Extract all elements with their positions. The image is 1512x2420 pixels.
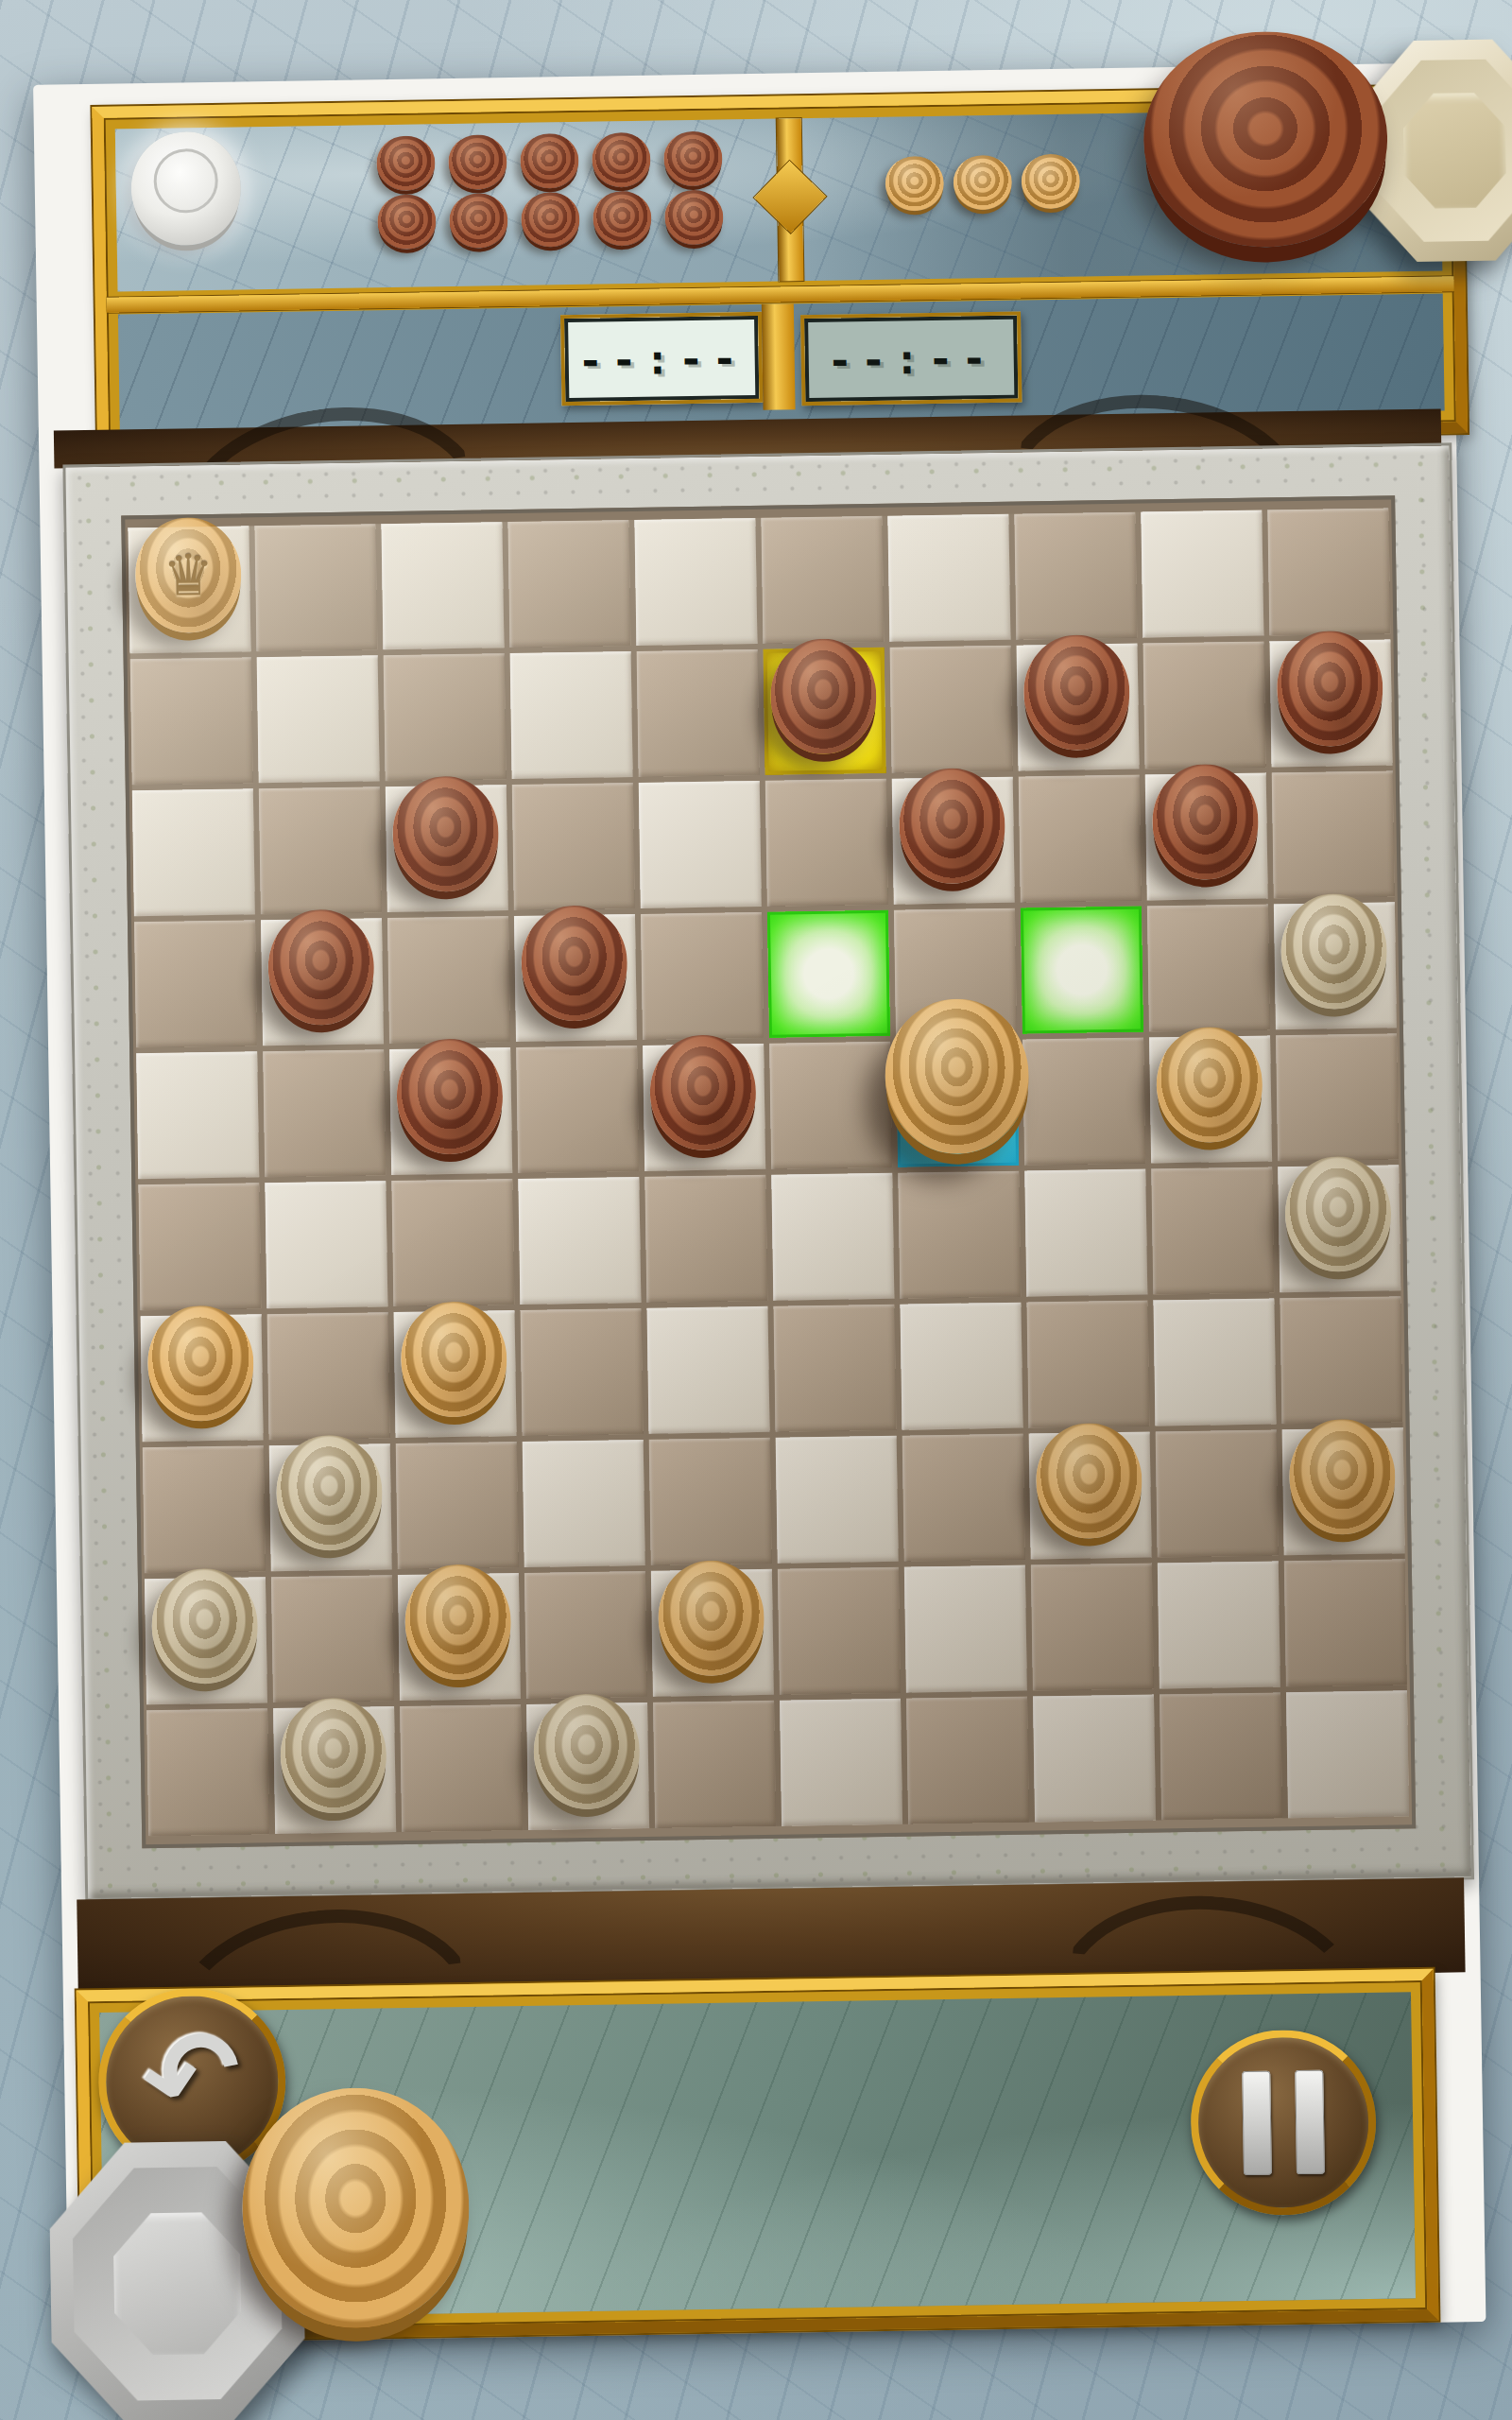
square-r1-c0[interactable] <box>130 657 253 785</box>
captured-dark-piece <box>593 191 652 247</box>
pause-icon <box>1242 2071 1272 2175</box>
light-piece[interactable] <box>1288 1418 1396 1535</box>
square-r8-c2[interactable] <box>398 1573 521 1701</box>
square-r0-c1[interactable] <box>254 524 377 651</box>
square-r0-c3[interactable] <box>507 520 630 648</box>
square-r0-c8[interactable] <box>1141 510 1263 638</box>
square-r4-c3[interactable] <box>516 1046 639 1173</box>
light-piece[interactable] <box>404 1564 512 1681</box>
square-r9-c3[interactable] <box>526 1703 649 1830</box>
dark-piece[interactable] <box>392 775 500 892</box>
square-r4-c5[interactable] <box>769 1042 892 1169</box>
captured-light-tray <box>885 153 1086 215</box>
square-r3-c5[interactable] <box>767 910 890 1038</box>
dark-piece[interactable] <box>899 768 1006 885</box>
square-r5-c0[interactable] <box>138 1183 261 1310</box>
square-r1-c2[interactable] <box>384 653 507 781</box>
square-r5-c1[interactable] <box>265 1181 387 1308</box>
square-r3-c9[interactable] <box>1274 902 1397 1029</box>
captured-dark-piece <box>449 193 508 249</box>
light-piece[interactable] <box>280 1697 387 1814</box>
square-r4-c4[interactable] <box>643 1044 765 1171</box>
dark-piece[interactable] <box>769 638 877 755</box>
square-r9-c4[interactable] <box>653 1701 776 1828</box>
captured-light-piece <box>1021 154 1080 210</box>
square-r7-c3[interactable] <box>523 1440 645 1567</box>
light-piece[interactable] <box>151 1567 259 1685</box>
square-r7-c5[interactable] <box>776 1436 899 1564</box>
captured-dark-piece <box>377 194 437 250</box>
square-r1-c1[interactable] <box>257 655 380 783</box>
square-r5-c3[interactable] <box>518 1177 641 1305</box>
square-r3-c4[interactable] <box>641 912 764 1040</box>
square-r5-c7[interactable] <box>1024 1169 1147 1297</box>
captured-dark-piece <box>592 132 651 188</box>
light-piece[interactable] <box>146 1305 254 1422</box>
square-r6-c3[interactable] <box>520 1308 643 1436</box>
square-r4-c2[interactable] <box>389 1047 512 1175</box>
square-r2-c2[interactable] <box>386 785 508 912</box>
board-well: ♛ <box>121 495 1416 1848</box>
square-r7-c1[interactable] <box>269 1443 392 1571</box>
board: ♛ <box>128 508 1409 1836</box>
square-r8-c3[interactable] <box>524 1571 647 1699</box>
light-piece[interactable] <box>658 1560 765 1677</box>
square-r1-c4[interactable] <box>637 649 760 777</box>
light-piece[interactable] <box>1035 1423 1143 1540</box>
square-r8-c5[interactable] <box>778 1567 901 1695</box>
pause-icon <box>1295 2070 1325 2174</box>
light-piece[interactable] <box>276 1434 384 1551</box>
square-r5-c6[interactable] <box>898 1171 1021 1299</box>
square-r5-c2[interactable] <box>391 1179 514 1306</box>
light-king[interactable]: ♛ <box>134 517 242 634</box>
captured-light-piece <box>953 155 1012 211</box>
timer-divider-ornament <box>762 303 796 410</box>
square-r7-c2[interactable] <box>396 1442 519 1569</box>
square-r4-c0[interactable] <box>136 1051 259 1179</box>
dark-piece[interactable] <box>1022 634 1130 752</box>
square-r7-c8[interactable] <box>1156 1429 1279 1557</box>
square-r3-c0[interactable] <box>134 920 257 1047</box>
square-r4-c6[interactable] <box>896 1040 1019 1167</box>
square-r4-c7[interactable] <box>1022 1038 1145 1166</box>
timer-right: --:-- <box>800 312 1022 406</box>
square-r8-c4[interactable] <box>651 1569 774 1697</box>
board-frame: ♛ <box>62 442 1474 1901</box>
square-r0-c9[interactable] <box>1267 508 1390 635</box>
light-piece[interactable] <box>533 1693 641 1810</box>
light-piece[interactable] <box>1280 893 1388 1011</box>
square-r5-c8[interactable] <box>1151 1167 1274 1294</box>
captured-dark-piece <box>664 189 724 245</box>
square-r7-c7[interactable] <box>1029 1432 1152 1560</box>
square-r0-c6[interactable] <box>887 514 1010 642</box>
square-r2-c8[interactable] <box>1145 772 1268 900</box>
square-r3-c8[interactable] <box>1147 904 1270 1031</box>
dark-piece[interactable] <box>649 1034 757 1151</box>
square-r7-c6[interactable] <box>902 1434 1025 1562</box>
square-r6-c1[interactable] <box>267 1312 390 1440</box>
light-piece[interactable] <box>1156 1027 1263 1144</box>
square-r1-c8[interactable] <box>1143 642 1265 769</box>
square-r6-c9[interactable] <box>1280 1296 1402 1424</box>
square-r6-c4[interactable] <box>646 1306 769 1434</box>
light-piece[interactable] <box>1284 1155 1392 1272</box>
square-r9-c0[interactable] <box>146 1708 269 1836</box>
square-r0-c2[interactable] <box>381 522 504 649</box>
square-r2-c3[interactable] <box>512 783 635 910</box>
captured-dark-tray <box>376 130 730 268</box>
dark-piece[interactable] <box>1152 764 1260 881</box>
app-card: --:-- --:-- ♛ ↶ <box>33 62 1486 2343</box>
square-r8-c1[interactable] <box>271 1575 394 1703</box>
square-r1-c3[interactable] <box>510 651 633 779</box>
captured-dark-piece <box>663 130 723 186</box>
square-r6-c0[interactable] <box>141 1314 264 1442</box>
captured-dark-piece <box>376 135 436 191</box>
square-r2-c4[interactable] <box>639 781 762 908</box>
crown-icon: ♛ <box>134 517 242 634</box>
square-r8-c6[interactable] <box>904 1565 1027 1693</box>
captured-dark-piece <box>521 192 580 248</box>
square-r1-c6[interactable] <box>890 646 1013 773</box>
dark-piece[interactable] <box>1276 631 1383 748</box>
white-round-button[interactable] <box>130 130 242 246</box>
square-r2-c5[interactable] <box>765 779 888 907</box>
square-r5-c4[interactable] <box>644 1175 767 1303</box>
square-r4-c1[interactable] <box>263 1049 386 1177</box>
square-r9-c5[interactable] <box>780 1699 902 1826</box>
square-r7-c9[interactable] <box>1282 1427 1405 1555</box>
square-r2-c9[interactable] <box>1272 770 1395 898</box>
square-r8-c0[interactable] <box>145 1577 267 1704</box>
square-r4-c9[interactable] <box>1276 1033 1399 1161</box>
square-r6-c5[interactable] <box>773 1305 896 1432</box>
square-r6-c6[interactable] <box>900 1303 1022 1430</box>
square-r2-c7[interactable] <box>1019 775 1142 903</box>
tray-divider-ornament <box>777 118 804 281</box>
square-r2-c1[interactable] <box>259 786 382 914</box>
captured-dark-piece <box>448 134 507 190</box>
square-r0-c0[interactable]: ♛ <box>128 526 250 653</box>
captured-dark-piece <box>520 133 579 189</box>
dark-piece[interactable] <box>267 908 375 1026</box>
square-r5-c5[interactable] <box>771 1173 894 1301</box>
square-r8-c8[interactable] <box>1158 1561 1280 1688</box>
square-r2-c6[interactable] <box>892 777 1015 905</box>
square-r9-c2[interactable] <box>400 1704 523 1832</box>
square-r3-c2[interactable] <box>387 916 510 1044</box>
square-r7-c4[interactable] <box>649 1438 772 1565</box>
dark-piece[interactable] <box>396 1038 504 1155</box>
square-r9-c1[interactable] <box>273 1706 396 1834</box>
square-r0-c4[interactable] <box>634 518 757 646</box>
header-frame: --:-- --:-- <box>92 85 1468 455</box>
light-piece[interactable] <box>400 1301 507 1418</box>
timer-left: --:-- <box>560 312 763 406</box>
square-r2-c0[interactable] <box>132 788 255 916</box>
square-r3-c3[interactable] <box>514 914 637 1042</box>
square-r5-c9[interactable] <box>1278 1165 1400 1292</box>
square-r8-c7[interactable] <box>1031 1563 1154 1690</box>
square-r0-c5[interactable] <box>761 516 884 644</box>
square-r4-c8[interactable] <box>1149 1035 1272 1163</box>
square-r0-c7[interactable] <box>1014 512 1137 640</box>
marble-background: { "game": "checkers", "variant": "intern… <box>0 0 1512 2420</box>
selected-light-piece[interactable] <box>884 997 1030 1154</box>
square-r6-c7[interactable] <box>1026 1301 1149 1428</box>
square-r9-c7[interactable] <box>1033 1694 1156 1822</box>
square-r3-c7[interactable] <box>1021 907 1143 1034</box>
square-r3-c1[interactable] <box>261 918 384 1046</box>
square-r6-c2[interactable] <box>394 1310 517 1438</box>
square-r1-c9[interactable] <box>1269 639 1392 767</box>
square-r9-c6[interactable] <box>906 1697 1029 1824</box>
square-r6-c8[interactable] <box>1153 1298 1276 1426</box>
square-r8-c9[interactable] <box>1284 1559 1407 1686</box>
captured-light-piece <box>885 156 944 212</box>
undo-icon: ↶ <box>130 1997 253 2151</box>
square-r9-c8[interactable] <box>1160 1692 1282 1820</box>
square-r1-c7[interactable] <box>1017 644 1140 771</box>
square-r7-c0[interactable] <box>143 1445 266 1573</box>
dark-piece[interactable] <box>521 905 628 1022</box>
square-r1-c5[interactable] <box>764 648 886 775</box>
bottom-control-panel: ↶ <box>77 1969 1439 2342</box>
square-r9-c9[interactable] <box>1286 1690 1409 1818</box>
